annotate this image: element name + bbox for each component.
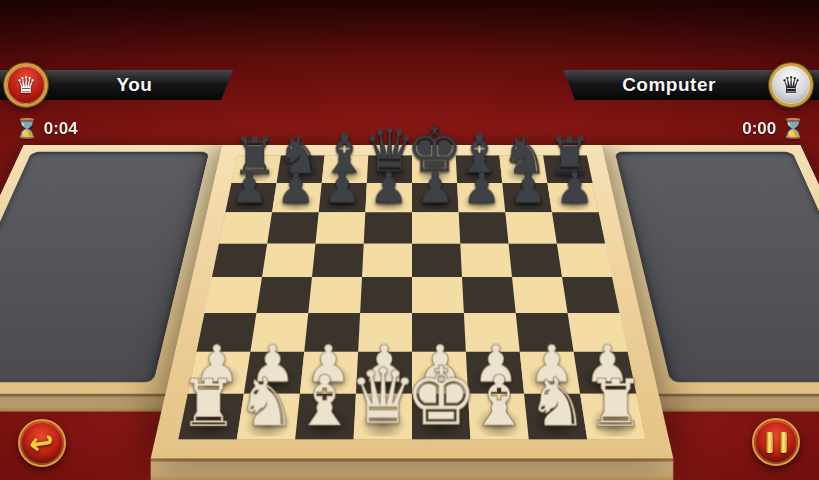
white-knight[interactable]: ♞ bbox=[527, 370, 587, 434]
square-b1[interactable]: ♞ bbox=[237, 394, 300, 439]
board-edge bbox=[151, 459, 674, 480]
hourglass-icon: ⌛ bbox=[781, 117, 805, 140]
square-e5[interactable] bbox=[412, 243, 462, 277]
black-pawn[interactable]: ♟ bbox=[416, 169, 454, 210]
square-f6[interactable] bbox=[459, 212, 509, 243]
chess-table: ♜♞♝♛♚♝♞♜♟♟♟♟♟♟♟♟♟♟♟♟♟♟♟♟♜♞♝♛♚♝♞♜ bbox=[0, 145, 819, 459]
pause-button[interactable] bbox=[752, 418, 800, 466]
white-bishop[interactable]: ♝ bbox=[293, 368, 356, 434]
square-d5[interactable] bbox=[362, 243, 412, 277]
player-name-you: You bbox=[117, 74, 153, 96]
tray-edge bbox=[0, 394, 165, 412]
square-a6[interactable] bbox=[219, 212, 272, 243]
square-b5[interactable] bbox=[262, 243, 315, 277]
black-pawn[interactable]: ♟ bbox=[230, 169, 268, 210]
square-a7[interactable]: ♟ bbox=[225, 183, 276, 212]
square-c7[interactable]: ♟ bbox=[319, 183, 367, 212]
square-d4[interactable] bbox=[360, 277, 412, 313]
square-g5[interactable] bbox=[509, 243, 562, 277]
square-h1[interactable]: ♜ bbox=[580, 394, 645, 439]
square-a1[interactable]: ♜ bbox=[178, 394, 243, 439]
square-a5[interactable] bbox=[212, 243, 267, 277]
hourglass-icon: ⌛ bbox=[15, 117, 39, 140]
undo-arrow-icon: ↩ bbox=[27, 426, 56, 459]
black-crown-icon: ♛ bbox=[781, 72, 802, 98]
square-f7[interactable]: ♟ bbox=[457, 183, 505, 212]
player-badge-computer: ♛ bbox=[769, 63, 813, 107]
square-g7[interactable]: ♟ bbox=[502, 183, 552, 212]
square-c1[interactable]: ♝ bbox=[295, 394, 356, 439]
player-name-computer: Computer bbox=[622, 74, 716, 96]
chess-board[interactable]: ♜♞♝♛♚♝♞♜♟♟♟♟♟♟♟♟♟♟♟♟♟♟♟♟♜♞♝♛♚♝♞♜ bbox=[178, 156, 645, 440]
square-e4[interactable] bbox=[412, 277, 464, 313]
square-e6[interactable] bbox=[412, 212, 460, 243]
square-a4[interactable] bbox=[205, 277, 262, 313]
square-h7[interactable]: ♟ bbox=[547, 183, 598, 212]
black-pawn[interactable]: ♟ bbox=[463, 169, 501, 210]
square-f4[interactable] bbox=[462, 277, 516, 313]
black-pawn[interactable]: ♟ bbox=[556, 169, 594, 210]
white-rook[interactable]: ♜ bbox=[586, 373, 644, 435]
white-knight[interactable]: ♞ bbox=[236, 370, 296, 434]
board-frame: ♜♞♝♛♚♝♞♜♟♟♟♟♟♟♟♟♟♟♟♟♟♟♟♟♜♞♝♛♚♝♞♜ bbox=[151, 145, 674, 459]
square-b6[interactable] bbox=[267, 212, 319, 243]
square-d7[interactable]: ♟ bbox=[365, 183, 412, 212]
square-h6[interactable] bbox=[552, 212, 605, 243]
square-c6[interactable] bbox=[315, 212, 365, 243]
square-h4[interactable] bbox=[562, 277, 619, 313]
timer-computer: 0:00 ⌛ bbox=[742, 117, 805, 140]
square-h5[interactable] bbox=[557, 243, 612, 277]
square-d1[interactable]: ♛ bbox=[354, 394, 412, 439]
game-screen: ♜♞♝♛♚♝♞♜♟♟♟♟♟♟♟♟♟♟♟♟♟♟♟♟♜♞♝♛♚♝♞♜ You ♛ ⌛… bbox=[0, 0, 819, 480]
square-b7[interactable]: ♟ bbox=[272, 183, 322, 212]
square-c4[interactable] bbox=[308, 277, 362, 313]
square-c5[interactable] bbox=[312, 243, 364, 277]
square-b4[interactable] bbox=[256, 277, 312, 313]
white-king[interactable]: ♚ bbox=[405, 357, 478, 434]
timer-you: ⌛ 0:04 bbox=[15, 117, 78, 140]
white-crown-icon: ♛ bbox=[16, 72, 37, 98]
black-pawn[interactable]: ♟ bbox=[323, 169, 361, 210]
square-g6[interactable] bbox=[505, 212, 557, 243]
square-d6[interactable] bbox=[364, 212, 412, 243]
pause-icon bbox=[766, 432, 787, 453]
square-g4[interactable] bbox=[512, 277, 568, 313]
player-badge-you: ♛ bbox=[4, 63, 48, 107]
white-rook[interactable]: ♜ bbox=[179, 373, 237, 435]
square-f5[interactable] bbox=[460, 243, 512, 277]
black-pawn[interactable]: ♟ bbox=[370, 169, 408, 210]
black-pawn[interactable]: ♟ bbox=[509, 169, 547, 210]
tray-edge bbox=[659, 394, 819, 412]
square-e1[interactable]: ♚ bbox=[412, 394, 470, 439]
square-e7[interactable]: ♟ bbox=[412, 183, 459, 212]
timer-value-computer: 0:00 bbox=[742, 119, 776, 139]
timer-value-you: 0:04 bbox=[44, 119, 78, 139]
black-pawn[interactable]: ♟ bbox=[277, 169, 315, 210]
square-g1[interactable]: ♞ bbox=[524, 394, 587, 439]
undo-button[interactable]: ↩ bbox=[18, 419, 66, 467]
